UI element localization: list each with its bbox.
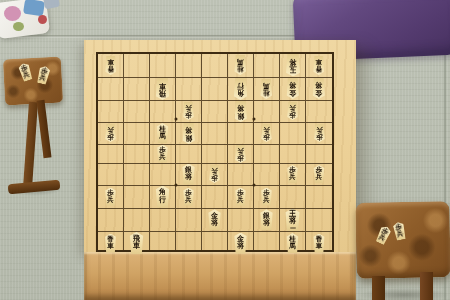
komadai-right-top [355,201,450,279]
shogi-piece-B-near[interactable]: 角行 [153,186,172,208]
piece-kanji: 兵 [263,196,270,203]
board-square-r9c1[interactable]: 香車 [98,232,124,254]
shogi-piece-N-far[interactable]: 桂馬 [232,55,249,75]
shogi-piece-P-near[interactable]: 歩兵 [259,188,274,206]
board-square-r9c4[interactable] [176,232,202,254]
board-square-r7c6[interactable]: 歩兵 [228,186,254,209]
shogi-piece-N-near[interactable]: 桂馬 [284,233,301,253]
board-square-r3c5[interactable] [202,101,228,123]
piece-kanji: 将 [237,104,244,111]
piece-kanji: 馬 [263,82,270,89]
piece-kanji: 兵 [378,233,387,242]
board-square-r8c1[interactable] [98,209,124,233]
board-square-r6c1[interactable] [98,164,124,186]
shogi-piece-P-near[interactable]: 歩兵 [285,165,300,183]
board-square-r9c2[interactable]: 飛車 [124,232,150,254]
shogi-board-top: 香車桂馬玉将香車飛車角行桂馬金将金将歩兵銀将歩兵歩兵桂馬銀将歩兵歩兵歩兵歩兵銀将… [84,40,356,252]
piece-kanji: 兵 [396,230,404,238]
bag-blue-pattern [23,0,45,16]
shogi-piece-S-near[interactable]: 銀将 [258,209,276,230]
board-square-r3c9[interactable] [306,101,332,123]
board-square-r1c5[interactable] [202,54,228,78]
board-square-r8c5[interactable]: 金将 [202,209,228,233]
piece-kanji: 将 [185,126,192,133]
komadai-right-leg [372,276,385,300]
board-square-r5c9[interactable] [306,145,332,164]
board-square-r5c8[interactable] [280,145,306,164]
piece-kanji: 車 [316,58,323,65]
shogi-piece-R-far[interactable]: 飛車 [153,78,172,100]
piece-kanji: 車 [133,243,140,250]
board-square-r4c1[interactable]: 歩兵 [98,123,124,145]
piece-kanji: 将 [316,81,323,88]
shogi-piece-P-near[interactable]: 歩兵 [233,188,248,206]
piece-kanji: 馬 [159,133,166,140]
piece-kanji: 兵 [237,147,244,154]
piece-kanji: 兵 [185,196,192,203]
piece-kanji: 車 [107,58,114,65]
shogi-piece-P-far[interactable]: 歩兵 [207,165,222,183]
piece-kanji: 兵 [39,74,47,82]
board-square-r1c7[interactable] [254,54,280,78]
board-square-r6c2[interactable] [124,164,150,186]
board-square-r2c2[interactable] [124,78,150,101]
board-square-r8c9[interactable] [306,209,332,233]
shogi-piece-N-near[interactable]: 桂馬 [154,123,171,143]
shogi-piece-P-far[interactable]: 歩兵 [259,124,274,142]
bag-red-dot [38,15,47,24]
board-square-r1c1[interactable]: 香車 [98,54,124,78]
board-square-r8c8[interactable]: 王将 [280,209,306,233]
piece-kanji: 馬 [289,243,296,250]
shogi-piece-G-far[interactable]: 金将 [310,78,328,99]
piece-kanji: 将 [289,81,296,88]
board-square-r7c4[interactable]: 歩兵 [176,186,202,209]
board-square-r5c2[interactable] [124,145,150,164]
board-square-r4c7[interactable]: 歩兵 [254,123,280,145]
piece-kanji: 兵 [316,126,323,133]
piece-kanji: 車 [107,243,114,250]
board-square-r8c4[interactable] [176,209,202,233]
board-square-r2c3[interactable]: 飛車 [150,78,176,101]
piece-kanji: 行 [159,196,166,203]
board-square-r3c6[interactable]: 銀将 [228,101,254,123]
piece-kanji: 兵 [211,167,218,174]
board-square-r6c3[interactable] [150,164,176,186]
shogi-piece-K-near[interactable]: 王将 [283,209,303,232]
board-square-r3c8[interactable]: 歩兵 [280,101,306,123]
piece-kanji: 将 [211,220,218,227]
piece-kanji: 兵 [316,174,323,181]
shogi-piece-K-far[interactable]: 玉将 [283,54,303,77]
hoshi-dot [175,118,178,121]
scene-shogi-room: 香車桂馬玉将香車飛車角行桂馬金将金将歩兵銀将歩兵歩兵桂馬銀将歩兵歩兵歩兵歩兵銀将… [0,0,450,300]
shogi-piece-P-far[interactable]: 歩兵 [103,124,118,142]
shogi-piece-S-near[interactable]: 銀将 [180,164,198,185]
piece-kanji: 車 [316,243,323,250]
board-square-r3c1[interactable] [98,101,124,123]
hoshi-dot [253,118,256,121]
board-square-r7c2[interactable] [124,186,150,209]
board-square-r3c2[interactable] [124,101,150,123]
piece-kanji: 行 [237,81,244,88]
shogi-board-grid: 香車桂馬玉将香車飛車角行桂馬金将金将歩兵銀将歩兵歩兵桂馬銀将歩兵歩兵歩兵歩兵銀将… [96,52,334,252]
board-square-r8c6[interactable] [228,209,254,233]
piece-kanji: 将 [237,243,244,250]
piece-kanji: 将 [289,218,296,226]
board-square-r3c7[interactable] [254,101,280,123]
board-square-r8c7[interactable]: 銀将 [254,209,280,233]
board-square-r2c4[interactable] [176,78,202,101]
board-square-r9c8[interactable]: 桂馬 [280,232,306,254]
board-square-r5c6[interactable]: 歩兵 [228,145,254,164]
board-square-r6c4[interactable]: 銀将 [176,164,202,186]
floral-bag [0,0,60,40]
komadai-left-stand: 歩兵歩兵 [2,54,66,196]
board-square-r7c5[interactable] [202,186,228,209]
board-square-r7c9[interactable] [306,186,332,209]
piece-kanji: 兵 [289,174,296,181]
board-square-r2c6[interactable]: 角行 [228,78,254,101]
board-square-r5c7[interactable] [254,145,280,164]
board-square-r8c3[interactable] [150,209,176,233]
piece-kanji: 兵 [107,196,114,203]
shogi-piece-N-far[interactable]: 桂馬 [258,79,275,99]
bag-green-dot [13,22,24,31]
piece-kanji: 兵 [159,153,166,160]
board-square-r1c2[interactable] [124,54,150,78]
shogi-piece-S-far[interactable]: 銀将 [180,123,198,144]
board-square-r2c5[interactable] [202,78,228,101]
board-square-r7c1[interactable]: 歩兵 [98,186,124,209]
board-square-r4c8[interactable] [280,123,306,145]
board-square-r6c9[interactable]: 歩兵 [306,164,332,186]
board-square-r3c3[interactable] [150,101,176,123]
komadai-left-leg [23,102,38,188]
komadai-left-foot [8,180,61,194]
board-square-r3c4[interactable]: 歩兵 [176,101,202,123]
piece-kanji: 兵 [185,104,192,111]
board-square-r4c5[interactable] [202,123,228,145]
piece-kanji: 兵 [289,104,296,111]
board-square-r9c6[interactable]: 金将 [228,232,254,254]
board-square-r1c9[interactable]: 香車 [306,54,332,78]
shogi-piece-P-far[interactable]: 歩兵 [233,145,248,163]
bag-gray-item [43,0,60,9]
shogi-piece-L-far[interactable]: 香車 [103,56,119,75]
piece-kanji: 車 [159,81,166,88]
shogi-piece-G-far[interactable]: 金将 [284,78,302,99]
board-square-r6c5[interactable]: 歩兵 [202,164,228,186]
piece-kanji: 兵 [22,71,30,80]
board-square-r9c9[interactable]: 香車 [306,232,332,254]
shogi-piece-P-far[interactable]: 歩兵 [312,124,327,142]
board-square-r1c8[interactable]: 玉将 [280,54,306,78]
shogi-piece-G-near[interactable]: 金将 [206,209,224,230]
shogi-piece-P-far[interactable]: 歩兵 [285,102,300,120]
board-square-r2c9[interactable]: 金将 [306,78,332,101]
shogi-piece-P-near[interactable]: 歩兵 [155,145,170,163]
piece-kanji: 兵 [107,126,114,133]
shogi-piece-B-far[interactable]: 角行 [231,78,250,100]
shogi-piece-L-near[interactable]: 香車 [311,234,327,253]
board-square-r5c4[interactable] [176,145,202,164]
piece-kanji: 馬 [237,58,244,65]
hoshi-dot [253,183,256,186]
board-square-r4c2[interactable] [124,123,150,145]
board-square-r8c2[interactable] [124,209,150,233]
piece-kanji: 金 [316,88,323,95]
bag-pink-flower [4,6,21,21]
shogi-piece-L-near[interactable]: 香車 [103,234,119,253]
board-square-r4c3[interactable]: 桂馬 [150,123,176,145]
shogi-piece-P-near[interactable]: 歩兵 [312,165,327,183]
board-square-r2c1[interactable] [98,78,124,101]
komadai-left-top [3,57,63,106]
shogi-piece-P-near[interactable]: 歩兵 [181,188,196,206]
shogi-board-front-face [84,252,356,300]
board-square-r1c3[interactable] [150,54,176,78]
board-square-r7c8[interactable] [280,186,306,209]
shogi-piece-P-near[interactable]: 歩兵 [103,188,118,206]
shogi-piece-P-far[interactable]: 歩兵 [181,102,196,120]
board-square-r1c4[interactable] [176,54,202,78]
piece-kanji: 金 [289,88,296,95]
board-square-r4c4[interactable]: 銀将 [176,123,202,145]
board-square-r6c7[interactable] [254,164,280,186]
shogi-piece-R-near[interactable]: 飛車 [127,232,146,254]
board-square-r5c3[interactable]: 歩兵 [150,145,176,164]
board-square-r4c6[interactable] [228,123,254,145]
shogi-piece-L-far[interactable]: 香車 [311,56,327,75]
board-square-r5c1[interactable] [98,145,124,164]
board-square-r9c5[interactable] [202,232,228,254]
board-square-r6c8[interactable]: 歩兵 [280,164,306,186]
piece-kanji: 将 [185,174,192,181]
board-square-r2c7[interactable]: 桂馬 [254,78,280,101]
board-square-r9c7[interactable] [254,232,280,254]
komadai-left-leg-2 [36,100,51,159]
board-square-r6c6[interactable] [228,164,254,186]
board-square-r1c6[interactable]: 桂馬 [228,54,254,78]
piece-kanji: 将 [289,58,296,66]
board-square-r7c3[interactable]: 角行 [150,186,176,209]
komadai-right-leg-2 [420,272,433,300]
piece-kanji: 将 [263,220,270,227]
board-square-r5c5[interactable] [202,145,228,164]
piece-kanji: 兵 [237,196,244,203]
komadai-right-stand: 歩兵歩兵 [356,202,450,300]
hoshi-dot [175,183,178,186]
board-square-r4c9[interactable]: 歩兵 [306,123,332,145]
shogi-piece-G-near[interactable]: 金将 [232,233,250,254]
board-square-r7c7[interactable]: 歩兵 [254,186,280,209]
piece-kanji: 兵 [263,126,270,133]
board-square-r9c3[interactable] [150,232,176,254]
shogi-piece-S-far[interactable]: 銀将 [232,101,250,122]
maker-mark [290,227,296,229]
board-square-r2c8[interactable]: 金将 [280,78,306,101]
